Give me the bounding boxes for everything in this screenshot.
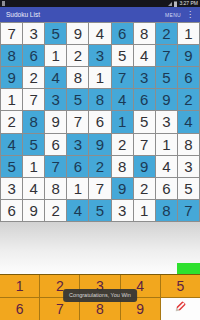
sudoku-cell-r9c6[interactable]: 3 — [112, 200, 133, 221]
sudoku-cell-r2c4[interactable]: 2 — [67, 45, 88, 66]
sudoku-cell-r7c8[interactable]: 4 — [156, 156, 177, 177]
sudoku-cell-r1c1[interactable]: 7 — [1, 23, 22, 44]
sudoku-cell-r5c6[interactable]: 1 — [112, 111, 133, 132]
sudoku-cell-r6c9[interactable]: 8 — [178, 134, 199, 155]
sudoku-cell-r2c3[interactable]: 1 — [45, 45, 66, 66]
board-lower-margin — [0, 222, 200, 274]
sudoku-cell-r1c5[interactable]: 4 — [89, 23, 110, 44]
sudoku-cell-r5c1[interactable]: 2 — [1, 111, 22, 132]
sudoku-cell-r7c3[interactable]: 7 — [45, 156, 66, 177]
sudoku-cell-r4c9[interactable]: 2 — [178, 89, 199, 110]
sudoku-cell-r1c3[interactable]: 5 — [45, 23, 66, 44]
toast-message: Congratulations, You Win — [69, 292, 131, 298]
sudoku-cell-r1c9[interactable]: 1 — [178, 23, 199, 44]
sudoku-cell-r8c3[interactable]: 8 — [45, 178, 66, 199]
sudoku-cell-r8c6[interactable]: 9 — [112, 178, 133, 199]
menu-action-button[interactable]: MENU — [165, 12, 181, 18]
sudoku-cell-r8c4[interactable]: 1 — [67, 178, 88, 199]
sudoku-cell-r7c7[interactable]: 9 — [134, 156, 155, 177]
usb-icon — [2, 1, 5, 6]
sudoku-cell-r2c1[interactable]: 8 — [1, 45, 22, 66]
app-bar-actions: MENU ⋮ — [165, 11, 194, 19]
sudoku-cell-r5c9[interactable]: 4 — [178, 111, 199, 132]
sudoku-cell-r5c5[interactable]: 6 — [89, 111, 110, 132]
status-bar: 3:27 PM — [0, 0, 200, 7]
sudoku-cell-r3c9[interactable]: 6 — [178, 67, 199, 88]
battery-icon — [174, 1, 177, 7]
sudoku-cell-r3c1[interactable]: 9 — [1, 67, 22, 88]
sudoku-cell-r3c3[interactable]: 4 — [45, 67, 66, 88]
sudoku-cell-r6c6[interactable]: 2 — [112, 134, 133, 155]
sudoku-cell-r2c7[interactable]: 4 — [134, 45, 155, 66]
sudoku-cell-r2c2[interactable]: 6 — [23, 45, 44, 66]
sudoku-cell-r3c5[interactable]: 1 — [89, 67, 110, 88]
sudoku-cell-r3c4[interactable]: 8 — [67, 67, 88, 88]
sudoku-cell-r7c9[interactable]: 3 — [178, 156, 199, 177]
sudoku-cell-r9c1[interactable]: 6 — [1, 200, 22, 221]
sudoku-cell-r8c9[interactable]: 5 — [178, 178, 199, 199]
sudoku-cell-r5c3[interactable]: 9 — [45, 111, 66, 132]
sudoku-cell-r4c2[interactable]: 7 — [23, 89, 44, 110]
sudoku-cell-r2c5[interactable]: 3 — [89, 45, 110, 66]
sudoku-cell-r4c3[interactable]: 3 — [45, 89, 66, 110]
sudoku-cell-r2c9[interactable]: 9 — [178, 45, 199, 66]
sudoku-cell-r1c4[interactable]: 9 — [67, 23, 88, 44]
sudoku-grid: 7359468218612354799248173561735846922897… — [0, 22, 200, 222]
sudoku-cell-r8c8[interactable]: 6 — [156, 178, 177, 199]
sudoku-cell-r6c7[interactable]: 7 — [134, 134, 155, 155]
sudoku-cell-r6c3[interactable]: 6 — [45, 134, 66, 155]
sudoku-cell-r6c2[interactable]: 5 — [23, 134, 44, 155]
numpad-key-5[interactable]: 5 — [161, 275, 200, 297]
sudoku-cell-r8c7[interactable]: 2 — [134, 178, 155, 199]
sudoku-cell-r7c5[interactable]: 2 — [89, 156, 110, 177]
status-bar-right: 3:27 PM — [168, 0, 198, 7]
sudoku-cell-r2c6[interactable]: 5 — [112, 45, 133, 66]
sudoku-cell-r3c6[interactable]: 7 — [112, 67, 133, 88]
sudoku-cell-r9c7[interactable]: 1 — [134, 200, 155, 221]
sudoku-cell-r9c2[interactable]: 9 — [23, 200, 44, 221]
signal-icon — [168, 2, 172, 6]
sudoku-cell-r1c2[interactable]: 3 — [23, 23, 44, 44]
sudoku-cell-r6c5[interactable]: 9 — [89, 134, 110, 155]
sudoku-cell-r4c7[interactable]: 6 — [134, 89, 155, 110]
sudoku-cell-r4c5[interactable]: 8 — [89, 89, 110, 110]
sudoku-cell-r5c4[interactable]: 7 — [67, 111, 88, 132]
clock-text: 3:27 PM — [179, 0, 198, 7]
sudoku-cell-r9c9[interactable]: 7 — [178, 200, 199, 221]
pencil-key[interactable] — [161, 298, 200, 320]
sudoku-cell-r9c4[interactable]: 4 — [67, 200, 88, 221]
win-indicator — [177, 263, 200, 274]
status-bar-left — [2, 1, 5, 6]
sudoku-cell-r7c6[interactable]: 8 — [112, 156, 133, 177]
sudoku-cell-r5c2[interactable]: 8 — [23, 111, 44, 132]
sudoku-cell-r3c8[interactable]: 5 — [156, 67, 177, 88]
sudoku-cell-r8c2[interactable]: 4 — [23, 178, 44, 199]
sudoku-cell-r1c6[interactable]: 6 — [112, 23, 133, 44]
sudoku-cell-r7c4[interactable]: 6 — [67, 156, 88, 177]
page-title: Sudoku List — [6, 11, 40, 18]
sudoku-cell-r6c1[interactable]: 4 — [1, 134, 22, 155]
sudoku-cell-r1c8[interactable]: 2 — [156, 23, 177, 44]
numpad-key-1[interactable]: 1 — [0, 275, 39, 297]
sudoku-cell-r3c7[interactable]: 3 — [134, 67, 155, 88]
sudoku-cell-r6c8[interactable]: 1 — [156, 134, 177, 155]
toast: Congratulations, You Win — [63, 289, 137, 302]
sudoku-cell-r2c8[interactable]: 7 — [156, 45, 177, 66]
sudoku-cell-r3c2[interactable]: 2 — [23, 67, 44, 88]
sudoku-cell-r4c4[interactable]: 5 — [67, 89, 88, 110]
sudoku-cell-r9c5[interactable]: 5 — [89, 200, 110, 221]
sudoku-cell-r8c1[interactable]: 3 — [1, 178, 22, 199]
overflow-menu-icon[interactable]: ⋮ — [186, 11, 194, 19]
sudoku-cell-r4c6[interactable]: 4 — [112, 89, 133, 110]
sudoku-cell-r9c8[interactable]: 8 — [156, 200, 177, 221]
pencil-icon — [172, 299, 188, 319]
sudoku-cell-r4c8[interactable]: 9 — [156, 89, 177, 110]
sudoku-cell-r1c7[interactable]: 8 — [134, 23, 155, 44]
sudoku-cell-r9c3[interactable]: 2 — [45, 200, 66, 221]
sudoku-cell-r7c1[interactable]: 5 — [1, 156, 22, 177]
numpad-key-6[interactable]: 6 — [0, 298, 39, 320]
sudoku-cell-r5c8[interactable]: 3 — [156, 111, 177, 132]
sudoku-cell-r6c4[interactable]: 3 — [67, 134, 88, 155]
app-bar: Sudoku List MENU ⋮ — [0, 7, 200, 22]
sudoku-cell-r7c2[interactable]: 1 — [23, 156, 44, 177]
sudoku-cell-r4c1[interactable]: 1 — [1, 89, 22, 110]
sudoku-cell-r5c7[interactable]: 5 — [134, 111, 155, 132]
sudoku-cell-r8c5[interactable]: 7 — [89, 178, 110, 199]
